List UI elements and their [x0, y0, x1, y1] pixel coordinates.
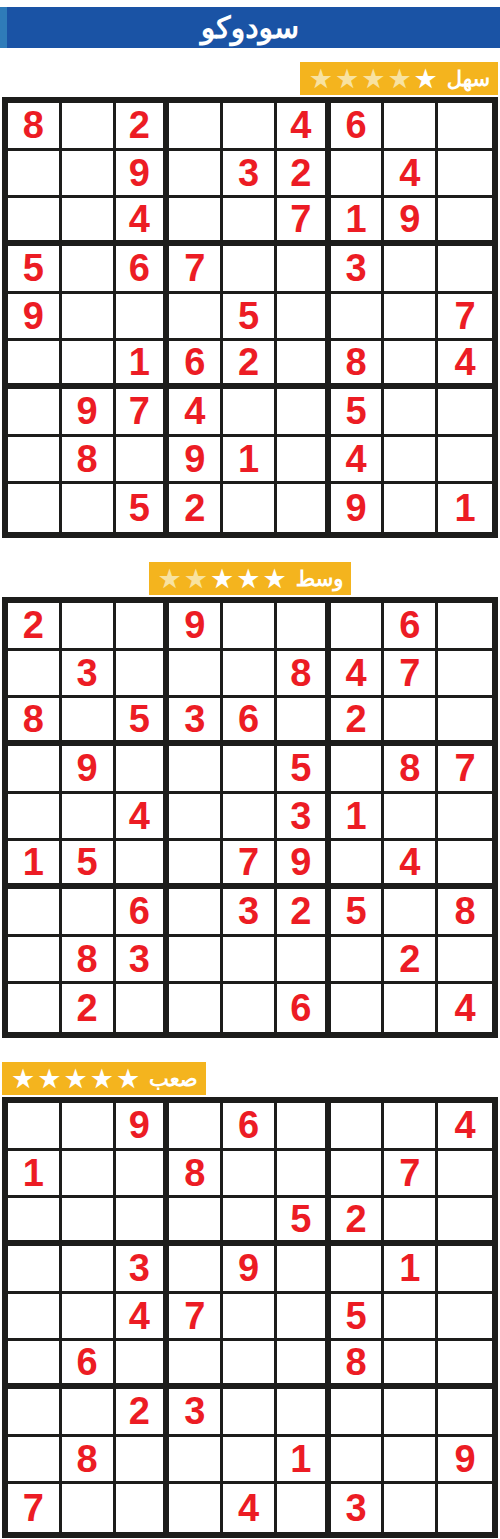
given-digit: 4	[184, 392, 205, 430]
cell-r7c9-empty	[438, 389, 492, 437]
cell-r6c1-empty	[8, 1341, 62, 1389]
given-digit: 8	[77, 940, 98, 978]
cell-r2c4-empty	[169, 151, 223, 199]
cell-r8c7-given: 4	[331, 437, 385, 485]
given-digit: 1	[345, 200, 366, 238]
cell-r7c2-empty	[62, 889, 116, 937]
given-digit: 9	[77, 749, 98, 787]
difficulty-label-hard: ★★★★★ صعب	[2, 1062, 206, 1095]
cell-r2c9-empty	[438, 151, 492, 199]
given-digit: 5	[238, 297, 259, 335]
cell-r4c7-empty	[331, 746, 385, 794]
cell-r4c9-empty	[438, 246, 492, 294]
cell-r4c9-empty	[438, 1246, 492, 1294]
cell-r3c3-given: 5	[116, 698, 170, 746]
given-digit: 8	[184, 1154, 205, 1192]
given-digit: 1	[399, 1249, 420, 1287]
cell-r8c2-given: 8	[62, 437, 116, 485]
given-digit: 5	[345, 1297, 366, 1335]
given-digit: 7	[184, 1297, 205, 1335]
cell-r7c3-given: 7	[116, 389, 170, 437]
cell-r1c4-given: 9	[169, 603, 223, 651]
given-digit: 4	[399, 843, 420, 881]
given-digit: 8	[23, 700, 44, 738]
cell-r1c1-empty	[8, 1103, 62, 1151]
given-digit: 9	[23, 297, 44, 335]
given-digit: 5	[345, 392, 366, 430]
cell-r2c9-empty	[438, 1151, 492, 1199]
cell-r5c5-given: 5	[223, 294, 277, 342]
cell-r4c4-empty	[169, 1246, 223, 1294]
given-digit: 1	[290, 1440, 311, 1478]
given-digit: 4	[129, 797, 150, 835]
cell-r8c6-empty	[277, 937, 331, 985]
cell-r4c5-empty	[223, 246, 277, 294]
cell-r8c7-empty	[331, 1437, 385, 1485]
cell-r6c8-given: 4	[384, 841, 438, 889]
given-digit: 7	[455, 297, 476, 335]
cell-r5c3-given: 4	[116, 794, 170, 842]
cell-r9c8-empty	[384, 1484, 438, 1532]
cell-r5c6-empty	[277, 1294, 331, 1342]
cell-r6c3-given: 1	[116, 341, 170, 389]
cell-r8c1-empty	[8, 437, 62, 485]
given-digit: 3	[238, 892, 259, 930]
cell-r9c1-given: 7	[8, 1484, 62, 1532]
cell-r8c2-given: 8	[62, 1437, 116, 1485]
given-digit: 9	[399, 200, 420, 238]
given-digit: 9	[455, 1440, 476, 1478]
given-digit: 5	[345, 892, 366, 930]
given-digit: 7	[290, 200, 311, 238]
puzzle-section-medium: ★★★★★ وسط 296384785362958743115794632588…	[0, 562, 500, 1038]
cell-r7c5-empty	[223, 1389, 277, 1437]
cell-r5c7-given: 1	[331, 794, 385, 842]
cell-r2c5-empty	[223, 1151, 277, 1199]
cell-r8c2-given: 8	[62, 937, 116, 985]
cell-r3c9-empty	[438, 198, 492, 246]
cell-r3c8-given: 9	[384, 198, 438, 246]
cell-r8c4-empty	[169, 1437, 223, 1485]
cell-r8c5-given: 1	[223, 437, 277, 485]
cell-r9c4-empty	[169, 1484, 223, 1532]
difficulty-row-hard: ★★★★★ صعب	[2, 1062, 498, 1095]
cell-r1c3-given: 2	[116, 103, 170, 151]
cell-r5c8-empty	[384, 294, 438, 342]
cell-r2c1-empty	[8, 151, 62, 199]
cell-r4c3-given: 6	[116, 246, 170, 294]
cell-r1c2-empty	[62, 103, 116, 151]
cell-r2c7-empty	[331, 1151, 385, 1199]
given-digit: 1	[23, 1154, 44, 1192]
cell-r5c9-empty	[438, 794, 492, 842]
given-digit: 7	[399, 654, 420, 692]
cell-r9c4-given: 2	[169, 484, 223, 532]
given-digit: 4	[345, 654, 366, 692]
cell-r3c6-given: 7	[277, 198, 331, 246]
cell-r6c4-empty	[169, 1341, 223, 1389]
given-digit: 5	[23, 249, 44, 287]
cell-r7c2-empty	[62, 1389, 116, 1437]
cell-r9c1-empty	[8, 484, 62, 532]
cell-r1c5-empty	[223, 103, 277, 151]
cell-r9c5-given: 4	[223, 1484, 277, 1532]
star-empty-icon: ★	[386, 65, 412, 92]
given-digit: 2	[23, 606, 44, 644]
cell-r9c7-empty	[331, 984, 385, 1032]
given-digit: 3	[184, 1392, 205, 1430]
cell-r2c9-empty	[438, 651, 492, 699]
given-digit: 3	[77, 654, 98, 692]
cell-r5c9-empty	[438, 1294, 492, 1342]
cell-r9c1-empty	[8, 984, 62, 1032]
sudoku-grid-easy: 824693244719567395716284974589145291	[2, 97, 498, 538]
cell-r3c8-empty	[384, 698, 438, 746]
cell-r5c3-given: 4	[116, 1294, 170, 1342]
given-digit: 9	[345, 489, 366, 527]
cell-r6c8-empty	[384, 1341, 438, 1389]
cell-r4c4-empty	[169, 746, 223, 794]
cell-r8c9-empty	[438, 437, 492, 485]
given-digit: 2	[290, 892, 311, 930]
cell-r8c1-empty	[8, 1437, 62, 1485]
cell-r2c7-empty	[331, 151, 385, 199]
cell-r9c2-empty	[62, 1484, 116, 1532]
cell-r3c5-given: 6	[223, 698, 277, 746]
sudoku-grid-medium: 29638478536295874311579463258832264	[2, 597, 498, 1038]
given-digit: 1	[23, 843, 44, 881]
cell-r7c6-empty	[277, 389, 331, 437]
cell-r7c7-given: 5	[331, 389, 385, 437]
given-digit: 4	[238, 1489, 259, 1527]
cell-r8c5-empty	[223, 1437, 277, 1485]
cell-r1c6-given: 4	[277, 103, 331, 151]
cell-r3c2-empty	[62, 198, 116, 246]
cell-r5c1-given: 9	[8, 294, 62, 342]
puzzle-section-easy: ★★★★★ سهل 824693244719567395716284974589…	[0, 62, 500, 538]
cell-r3c5-empty	[223, 1198, 277, 1246]
difficulty-row-easy: ★★★★★ سهل	[2, 62, 498, 95]
cell-r9c9-given: 4	[438, 984, 492, 1032]
given-digit: 4	[455, 343, 476, 381]
cell-r1c5-empty	[223, 603, 277, 651]
cell-r6c6-given: 9	[277, 841, 331, 889]
puzzle-section-hard: ★★★★★ صعب 964187523914756823819743	[0, 1062, 500, 1538]
cell-r4c1-empty	[8, 746, 62, 794]
cell-r4c6-given: 5	[277, 746, 331, 794]
cell-r1c7-empty	[331, 1103, 385, 1151]
star-empty-icon: ★	[334, 65, 360, 92]
cell-r3c2-empty	[62, 1198, 116, 1246]
cell-r9c8-empty	[384, 984, 438, 1032]
cell-r8c8-empty	[384, 1437, 438, 1485]
cell-r6c2-given: 5	[62, 841, 116, 889]
cell-r6c7-given: 8	[331, 1341, 385, 1389]
cell-r3c9-empty	[438, 698, 492, 746]
cell-r3c7-given: 2	[331, 1198, 385, 1246]
star-empty-icon: ★	[308, 65, 334, 92]
cell-r7c8-empty	[384, 389, 438, 437]
cell-r1c6-empty	[277, 603, 331, 651]
cell-r6c5-empty	[223, 1341, 277, 1389]
given-digit: 4	[129, 200, 150, 238]
cell-r5c5-empty	[223, 794, 277, 842]
given-digit: 2	[345, 1200, 366, 1238]
cell-r1c8-empty	[384, 1103, 438, 1151]
cell-r2c6-given: 2	[277, 151, 331, 199]
given-digit: 9	[184, 606, 205, 644]
star-filled-icon: ★	[62, 1065, 88, 1092]
cell-r8c3-empty	[116, 1437, 170, 1485]
given-digit: 9	[184, 440, 205, 478]
cell-r5c4-empty	[169, 294, 223, 342]
cell-r1c8-empty	[384, 103, 438, 151]
given-digit: 7	[399, 1154, 420, 1192]
cell-r4c7-empty	[331, 1246, 385, 1294]
cell-r5c4-given: 7	[169, 1294, 223, 1342]
given-digit: 5	[290, 1200, 311, 1238]
given-digit: 6	[238, 700, 259, 738]
cell-r6c7-empty	[331, 841, 385, 889]
cell-r8c5-empty	[223, 937, 277, 985]
given-digit: 4	[290, 106, 311, 144]
cell-r5c1-empty	[8, 794, 62, 842]
cell-r3c3-empty	[116, 1198, 170, 1246]
cell-r2c7-given: 4	[331, 651, 385, 699]
cell-r4c4-given: 7	[169, 246, 223, 294]
cell-r8c3-empty	[116, 437, 170, 485]
cell-r5c4-empty	[169, 794, 223, 842]
cell-r6c6-empty	[277, 341, 331, 389]
given-digit: 7	[129, 392, 150, 430]
sudoku-grid-hard: 964187523914756823819743	[2, 1097, 498, 1538]
cell-r5c7-given: 5	[331, 1294, 385, 1342]
star-empty-icon: ★	[183, 565, 209, 592]
cell-r6c5-given: 2	[223, 341, 277, 389]
cell-r1c4-empty	[169, 1103, 223, 1151]
cell-r2c1-empty	[8, 651, 62, 699]
cell-r9c8-empty	[384, 484, 438, 532]
cell-r7c2-given: 9	[62, 389, 116, 437]
cell-r7c8-empty	[384, 1389, 438, 1437]
cell-r8c8-empty	[384, 437, 438, 485]
difficulty-stars-medium: ★★★★★	[157, 565, 288, 592]
cell-r7c7-empty	[331, 1389, 385, 1437]
cell-r3c6-given: 5	[277, 1198, 331, 1246]
cell-r2c6-given: 8	[277, 651, 331, 699]
cell-r5c6-empty	[277, 294, 331, 342]
star-empty-icon: ★	[360, 65, 386, 92]
header-accent-stripe	[0, 7, 7, 48]
cell-r4c6-empty	[277, 246, 331, 294]
cell-r4c2-empty	[62, 246, 116, 294]
cell-r7c4-given: 3	[169, 1389, 223, 1437]
cell-r9c3-given: 5	[116, 484, 170, 532]
given-digit: 5	[290, 749, 311, 787]
cell-r8c9-given: 9	[438, 1437, 492, 1485]
cell-r7c6-given: 2	[277, 889, 331, 937]
page-title: سودوكو	[201, 13, 299, 43]
cell-r7c9-given: 8	[438, 889, 492, 937]
cell-r2c2-given: 3	[62, 651, 116, 699]
cell-r4c1-empty	[8, 1246, 62, 1294]
cell-r2c3-given: 9	[116, 151, 170, 199]
given-digit: 8	[399, 749, 420, 787]
cell-r4c2-given: 9	[62, 746, 116, 794]
given-digit: 7	[184, 249, 205, 287]
given-digit: 9	[290, 843, 311, 881]
cell-r8c6-empty	[277, 437, 331, 485]
given-digit: 2	[184, 489, 205, 527]
cell-r4c5-given: 9	[223, 1246, 277, 1294]
cell-r5c2-empty	[62, 794, 116, 842]
cell-r7c9-empty	[438, 1389, 492, 1437]
given-digit: 1	[345, 797, 366, 835]
cell-r4c6-empty	[277, 1246, 331, 1294]
cell-r8c8-given: 2	[384, 937, 438, 985]
cell-r7c4-given: 4	[169, 389, 223, 437]
cell-r3c1-given: 8	[8, 698, 62, 746]
given-digit: 2	[399, 940, 420, 978]
cell-r6c2-given: 6	[62, 1341, 116, 1389]
given-digit: 6	[184, 343, 205, 381]
given-digit: 5	[77, 843, 98, 881]
cell-r7c3-given: 6	[116, 889, 170, 937]
cell-r2c5-given: 3	[223, 151, 277, 199]
cell-r3c4-empty	[169, 198, 223, 246]
given-digit: 4	[129, 1297, 150, 1335]
given-digit: 7	[455, 749, 476, 787]
cell-r2c3-empty	[116, 1151, 170, 1199]
cell-r6c1-given: 1	[8, 841, 62, 889]
given-digit: 6	[129, 892, 150, 930]
given-digit: 6	[129, 249, 150, 287]
given-digit: 5	[129, 489, 150, 527]
cell-r2c4-given: 8	[169, 1151, 223, 1199]
cell-r6c7-given: 8	[331, 341, 385, 389]
cell-r9c4-empty	[169, 984, 223, 1032]
cell-r3c9-empty	[438, 1198, 492, 1246]
cell-r9c7-given: 9	[331, 484, 385, 532]
cell-r8c9-empty	[438, 937, 492, 985]
cell-r8c3-given: 3	[116, 937, 170, 985]
cell-r3c3-given: 4	[116, 198, 170, 246]
cell-r4c7-given: 3	[331, 246, 385, 294]
cell-r1c8-given: 6	[384, 603, 438, 651]
given-digit: 6	[77, 1343, 98, 1381]
cell-r3c1-empty	[8, 1198, 62, 1246]
given-digit: 2	[290, 154, 311, 192]
cell-r1c5-given: 6	[223, 1103, 277, 1151]
given-digit: 5	[129, 700, 150, 738]
cell-r6c9-given: 4	[438, 341, 492, 389]
cell-r5c9-given: 7	[438, 294, 492, 342]
cell-r1c7-given: 6	[331, 103, 385, 151]
cell-r2c1-given: 1	[8, 1151, 62, 1199]
cell-r6c1-empty	[8, 341, 62, 389]
star-filled-icon: ★	[235, 565, 261, 592]
difficulty-label-medium: ★★★★★ وسط	[149, 562, 352, 595]
cell-r1c7-empty	[331, 603, 385, 651]
given-digit: 3	[129, 940, 150, 978]
cell-r6c5-given: 7	[223, 841, 277, 889]
cell-r4c1-given: 5	[8, 246, 62, 294]
given-digit: 3	[290, 797, 311, 835]
cell-r8c1-empty	[8, 937, 62, 985]
difficulty-row-medium: ★★★★★ وسط	[2, 562, 498, 595]
star-empty-icon: ★	[157, 565, 183, 592]
star-filled-icon: ★	[10, 1065, 36, 1092]
cell-r9c5-empty	[223, 984, 277, 1032]
cell-r2c8-given: 7	[384, 1151, 438, 1199]
given-digit: 2	[129, 1392, 150, 1430]
cell-r7c1-empty	[8, 1389, 62, 1437]
cell-r3c4-empty	[169, 1198, 223, 1246]
cell-r2c6-empty	[277, 1151, 331, 1199]
difficulty-stars-easy: ★★★★★	[308, 65, 439, 92]
difficulty-text-easy: سهل	[447, 68, 490, 89]
cell-r4c5-empty	[223, 746, 277, 794]
star-filled-icon: ★	[261, 565, 287, 592]
given-digit: 1	[455, 489, 476, 527]
cell-r1c3-given: 9	[116, 1103, 170, 1151]
cell-r8c6-given: 1	[277, 1437, 331, 1485]
cell-r3c4-given: 3	[169, 698, 223, 746]
cell-r8c4-empty	[169, 937, 223, 985]
cell-r4c9-given: 7	[438, 746, 492, 794]
given-digit: 8	[345, 1343, 366, 1381]
sudoku-newspaper-page: سودوكو ★★★★★ سهل 82469324471956739571628…	[0, 7, 500, 1538]
given-digit: 8	[77, 1440, 98, 1478]
cell-r1c9-empty	[438, 603, 492, 651]
given-digit: 8	[77, 440, 98, 478]
given-digit: 1	[238, 440, 259, 478]
cell-r2c4-empty	[169, 651, 223, 699]
cell-r3c5-empty	[223, 198, 277, 246]
star-filled-icon: ★	[89, 1065, 115, 1092]
cell-r5c7-empty	[331, 294, 385, 342]
cell-r5c3-empty	[116, 294, 170, 342]
given-digit: 7	[23, 1489, 44, 1527]
given-digit: 2	[129, 106, 150, 144]
given-digit: 1	[129, 343, 150, 381]
cell-r2c8-given: 7	[384, 651, 438, 699]
cell-r9c9-given: 1	[438, 484, 492, 532]
cell-r5c2-empty	[62, 294, 116, 342]
given-digit: 6	[345, 106, 366, 144]
cell-r9c6-given: 6	[277, 984, 331, 1032]
given-digit: 3	[345, 249, 366, 287]
star-filled-icon: ★	[413, 65, 439, 92]
cell-r1c9-given: 4	[438, 1103, 492, 1151]
star-filled-icon: ★	[209, 565, 235, 592]
cell-r7c3-given: 2	[116, 1389, 170, 1437]
given-digit: 6	[399, 606, 420, 644]
cell-r6c3-empty	[116, 841, 170, 889]
given-digit: 9	[129, 154, 150, 192]
cell-r2c3-empty	[116, 651, 170, 699]
cell-r7c4-empty	[169, 889, 223, 937]
given-digit: 9	[77, 392, 98, 430]
page-header: سودوكو	[0, 7, 500, 48]
cell-r4c8-empty	[384, 246, 438, 294]
difficulty-text-medium: وسط	[296, 568, 344, 589]
given-digit: 3	[238, 154, 259, 192]
cell-r9c9-empty	[438, 1484, 492, 1532]
given-digit: 4	[455, 989, 476, 1027]
cell-r2c5-empty	[223, 651, 277, 699]
cell-r4c2-empty	[62, 1246, 116, 1294]
